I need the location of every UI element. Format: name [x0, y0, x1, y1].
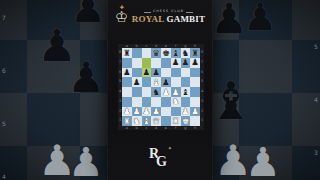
background-rank-label: 7 — [2, 15, 6, 21]
square-e2 — [161, 107, 171, 117]
black-pawn: ♟ — [152, 68, 160, 77]
black-pawn: ♟ — [162, 78, 170, 87]
black-knight: ♞ — [182, 48, 190, 57]
file-label-a: a — [122, 126, 132, 130]
white-rook: ♜ — [172, 117, 180, 126]
file-label-e: e — [161, 126, 171, 130]
square-h5 — [190, 77, 200, 87]
background-rank-label: 3 — [314, 150, 318, 156]
white-pawn: ♟ — [133, 107, 141, 116]
black-pawn: ♟ — [172, 58, 180, 67]
white-bishop: ♝ — [152, 78, 160, 87]
white-knight: ♞ — [133, 117, 141, 126]
rank-label-5: 5 — [200, 77, 204, 87]
logo-text: CHESS CLUB ROYALGAMBIT — [132, 10, 205, 23]
white-rook: ♜ — [123, 117, 131, 126]
file-label-f: f — [171, 126, 181, 130]
square-g1: ♚ — [181, 116, 191, 126]
rank-label-4: 4 — [200, 87, 204, 97]
square-f1: ♜ — [171, 116, 181, 126]
square-g7: ♟ — [181, 58, 191, 68]
rank-label-2: 2 — [200, 107, 204, 117]
square-c5 — [142, 77, 152, 87]
background-rank-label: 5 — [2, 121, 6, 127]
square-d1: ♛ — [151, 116, 161, 126]
black-king: ♚ — [162, 48, 170, 57]
background-rank-label: 6 — [2, 68, 6, 74]
rank-label-8: 8 — [200, 48, 204, 58]
logo-title-royal: ROYAL — [132, 14, 165, 24]
square-a1: ♜ — [122, 116, 132, 126]
file-label-h: h — [190, 126, 200, 130]
black-bishop: ♝ — [182, 87, 190, 96]
background-rank-label: 4 — [2, 174, 6, 180]
square-e3 — [161, 97, 171, 107]
rank-label-3: 3 — [200, 97, 204, 107]
chess-board: ♜♛♚♝♞♜♟♟♟♟♟♟♟♝♟♞♟♟♝♞♟♟♟♟♟♟♜♞♝♛♜♚ — [122, 48, 200, 126]
black-pawn: ♟ — [182, 58, 190, 67]
logo-title: ROYALGAMBIT — [132, 15, 205, 24]
square-d8: ♛ — [151, 48, 161, 58]
logo-title-gambit: GAMBIT — [166, 14, 205, 24]
square-b5: ♟ — [132, 77, 142, 87]
square-b7 — [132, 58, 142, 68]
monogram-letter-g: G — [156, 155, 167, 169]
square-e7 — [161, 58, 171, 68]
white-pawn: ♟ — [143, 107, 151, 116]
white-knight: ♞ — [172, 97, 180, 106]
square-g6 — [181, 68, 191, 78]
square-h1 — [190, 116, 200, 126]
square-a4 — [122, 87, 132, 97]
star-accent-icon: ✦ — [168, 146, 172, 151]
square-a5 — [122, 77, 132, 87]
white-pawn: ♟ — [182, 107, 190, 116]
square-f6 — [171, 68, 181, 78]
file-label-b: b — [132, 126, 142, 130]
black-bishop: ♝ — [172, 48, 180, 57]
file-label-c: c — [142, 126, 152, 130]
white-pawn: ♟ — [152, 107, 160, 116]
square-c6: ♟ — [142, 68, 152, 78]
square-d4: ♞ — [151, 87, 161, 97]
square-h2: ♟ — [190, 107, 200, 117]
square-e1 — [161, 116, 171, 126]
background-rank-label: 5 — [314, 44, 318, 50]
rank-label-7: 7 — [200, 58, 204, 68]
white-pawn: ♟ — [191, 107, 199, 116]
square-h6 — [190, 68, 200, 78]
king-icon-glyph: ♔ — [115, 7, 129, 27]
rg-monogram: R G ✦ — [148, 147, 172, 171]
file-label-d: d — [151, 126, 161, 130]
rank-labels-right: 87654321 — [200, 48, 204, 126]
white-pawn: ♟ — [123, 107, 131, 116]
black-queen: ♛ — [152, 48, 160, 57]
black-rook: ♜ — [191, 48, 199, 57]
square-c1: ♝ — [142, 116, 152, 126]
white-pawn: ♟ — [172, 87, 180, 96]
square-a8: ♜ — [122, 48, 132, 58]
white-pawn: ♟ — [162, 87, 170, 96]
square-e8: ♚ — [161, 48, 171, 58]
black-pawn: ♟ — [133, 78, 141, 87]
black-knight: ♞ — [152, 87, 160, 96]
rank-label-6: 6 — [200, 68, 204, 78]
video-frame: ♟♟♟♟♟♟♟♝♟♟7654543 ✚ ♔ CHESS CLUB ROYALGA… — [0, 0, 320, 180]
square-c8 — [142, 48, 152, 58]
square-g4: ♝ — [181, 87, 191, 97]
square-h4 — [190, 87, 200, 97]
black-pawn: ♟ — [191, 58, 199, 67]
black-rook: ♜ — [123, 48, 131, 57]
square-h7: ♟ — [190, 58, 200, 68]
square-a6: ♟ — [122, 68, 132, 78]
black-pawn: ♟ — [143, 68, 151, 77]
square-f7: ♟ — [171, 58, 181, 68]
file-label-g: g — [181, 126, 191, 130]
center-panel: ✚ ♔ CHESS CLUB ROYALGAMBIT abcdefgh 8765… — [107, 0, 213, 180]
square-b4 — [132, 87, 142, 97]
king-icon: ✚ ♔ — [115, 7, 129, 27]
white-bishop: ♝ — [143, 117, 151, 126]
cross-accent-icon: ✚ — [120, 5, 124, 10]
square-b1: ♞ — [132, 116, 142, 126]
square-e4: ♟ — [161, 87, 171, 97]
background-rank-label: 4 — [314, 97, 318, 103]
square-b8 — [132, 48, 142, 58]
square-f3: ♞ — [171, 97, 181, 107]
square-c4 — [142, 87, 152, 97]
board-frame: abcdefgh 87654321 ♜♛♚♝♞♜♟♟♟♟♟♟♟♝♟♞♟♟♝♞♟♟… — [118, 44, 204, 130]
black-pawn: ♟ — [123, 68, 131, 77]
rank-label-1: 1 — [200, 116, 204, 126]
white-queen: ♛ — [152, 117, 160, 126]
channel-logo: ✚ ♔ CHESS CLUB ROYALGAMBIT — [108, 7, 212, 27]
white-king: ♚ — [182, 117, 190, 126]
file-labels-bottom: abcdefgh — [122, 126, 200, 130]
